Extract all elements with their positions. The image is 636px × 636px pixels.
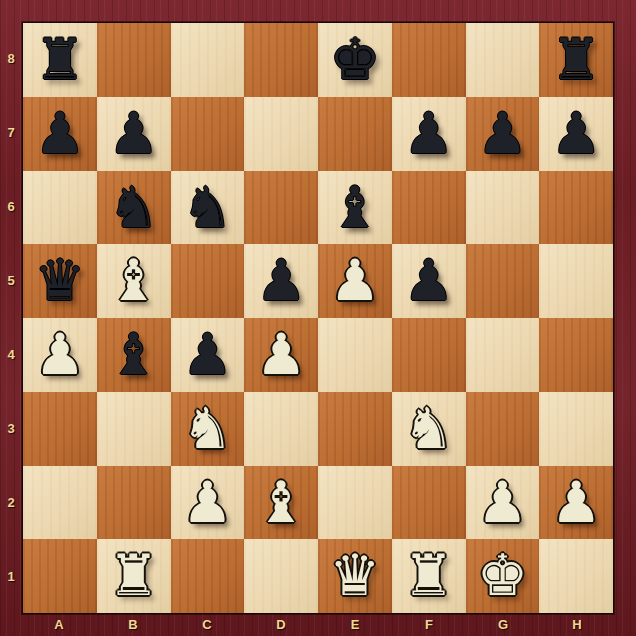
piece-black-knight[interactable]: ♞	[97, 171, 171, 245]
piece-white-pawn[interactable]: ♟	[539, 466, 613, 540]
piece-black-pawn[interactable]: ♟	[171, 318, 245, 392]
square-a3[interactable]	[23, 392, 97, 466]
square-f1[interactable]: ♜	[392, 539, 466, 613]
piece-black-knight[interactable]: ♞	[171, 171, 245, 245]
piece-white-pawn[interactable]: ♟	[23, 318, 97, 392]
square-d1[interactable]	[244, 539, 318, 613]
piece-black-pawn[interactable]: ♟	[244, 244, 318, 318]
square-d8[interactable]	[244, 23, 318, 97]
square-h5[interactable]	[539, 244, 613, 318]
square-f2[interactable]	[392, 466, 466, 540]
piece-black-bishop[interactable]: ♝	[97, 318, 171, 392]
square-f4[interactable]	[392, 318, 466, 392]
file-label-c: C	[170, 614, 244, 636]
square-f6[interactable]	[392, 171, 466, 245]
square-h2[interactable]: ♟	[539, 466, 613, 540]
square-e7[interactable]	[318, 97, 392, 171]
rank-label-5: 5	[0, 244, 22, 318]
piece-black-pawn[interactable]: ♟	[392, 244, 466, 318]
square-c6[interactable]: ♞	[171, 171, 245, 245]
square-h3[interactable]	[539, 392, 613, 466]
file-label-h: H	[540, 614, 614, 636]
square-g4[interactable]	[466, 318, 540, 392]
square-a7[interactable]: ♟	[23, 97, 97, 171]
piece-black-queen[interactable]: ♛	[23, 244, 97, 318]
square-h6[interactable]	[539, 171, 613, 245]
rank-label-3: 3	[0, 392, 22, 466]
square-d4[interactable]: ♟	[244, 318, 318, 392]
piece-black-bishop[interactable]: ♝	[318, 171, 392, 245]
square-a8[interactable]: ♜	[23, 23, 97, 97]
square-b8[interactable]	[97, 23, 171, 97]
piece-black-king[interactable]: ♚	[318, 23, 392, 97]
piece-white-pawn[interactable]: ♟	[318, 244, 392, 318]
rank-label-4: 4	[0, 318, 22, 392]
piece-white-rook[interactable]: ♜	[97, 539, 171, 613]
square-g7[interactable]: ♟	[466, 97, 540, 171]
piece-black-pawn[interactable]: ♟	[466, 97, 540, 171]
file-label-b: B	[96, 614, 170, 636]
piece-black-pawn[interactable]: ♟	[539, 97, 613, 171]
piece-white-rook[interactable]: ♜	[392, 539, 466, 613]
square-d7[interactable]	[244, 97, 318, 171]
square-e8[interactable]: ♚	[318, 23, 392, 97]
square-a4[interactable]: ♟	[23, 318, 97, 392]
square-g1[interactable]: ♚	[466, 539, 540, 613]
square-e6[interactable]: ♝	[318, 171, 392, 245]
piece-white-pawn[interactable]: ♟	[244, 318, 318, 392]
square-h4[interactable]	[539, 318, 613, 392]
square-e3[interactable]	[318, 392, 392, 466]
file-label-g: G	[466, 614, 540, 636]
piece-white-bishop[interactable]: ♝	[244, 466, 318, 540]
square-e2[interactable]	[318, 466, 392, 540]
file-label-d: D	[244, 614, 318, 636]
piece-white-bishop[interactable]: ♝	[97, 244, 171, 318]
square-d6[interactable]	[244, 171, 318, 245]
square-b7[interactable]: ♟	[97, 97, 171, 171]
rank-label-6: 6	[0, 170, 22, 244]
square-c8[interactable]	[171, 23, 245, 97]
square-a2[interactable]	[23, 466, 97, 540]
piece-white-pawn[interactable]: ♟	[171, 466, 245, 540]
square-c2[interactable]: ♟	[171, 466, 245, 540]
piece-white-king[interactable]: ♚	[466, 539, 540, 613]
square-f7[interactable]: ♟	[392, 97, 466, 171]
square-b1[interactable]: ♜	[97, 539, 171, 613]
square-e4[interactable]	[318, 318, 392, 392]
square-d5[interactable]: ♟	[244, 244, 318, 318]
square-f3[interactable]: ♞	[392, 392, 466, 466]
square-c5[interactable]	[171, 244, 245, 318]
square-a6[interactable]	[23, 171, 97, 245]
file-label-e: E	[318, 614, 392, 636]
square-h1[interactable]	[539, 539, 613, 613]
file-label-f: F	[392, 614, 466, 636]
square-h7[interactable]: ♟	[539, 97, 613, 171]
piece-black-pawn[interactable]: ♟	[97, 97, 171, 171]
piece-black-pawn[interactable]: ♟	[392, 97, 466, 171]
piece-white-queen[interactable]: ♛	[318, 539, 392, 613]
square-g2[interactable]: ♟	[466, 466, 540, 540]
square-f8[interactable]	[392, 23, 466, 97]
square-g3[interactable]	[466, 392, 540, 466]
square-a5[interactable]: ♛	[23, 244, 97, 318]
rank-label-7: 7	[0, 96, 22, 170]
file-label-a: A	[22, 614, 96, 636]
rank-label-8: 8	[0, 22, 22, 96]
square-c3[interactable]: ♞	[171, 392, 245, 466]
square-g6[interactable]	[466, 171, 540, 245]
piece-white-knight[interactable]: ♞	[392, 392, 466, 466]
square-b2[interactable]	[97, 466, 171, 540]
square-c1[interactable]	[171, 539, 245, 613]
chess-board: ♜♚♜♟♟♟♟♟♞♞♝♛♝♟♟♟♟♝♟♟♞♞♟♝♟♟♜♛♜♚	[22, 22, 614, 614]
square-g8[interactable]	[466, 23, 540, 97]
board-frame: ♜♚♜♟♟♟♟♟♞♞♝♛♝♟♟♟♟♝♟♟♞♞♟♝♟♟♜♛♜♚ 87654321 …	[0, 0, 636, 636]
piece-white-pawn[interactable]: ♟	[466, 466, 540, 540]
rank-label-1: 1	[0, 540, 22, 614]
square-d2[interactable]: ♝	[244, 466, 318, 540]
square-b4[interactable]: ♝	[97, 318, 171, 392]
piece-black-rook[interactable]: ♜	[539, 23, 613, 97]
piece-white-knight[interactable]: ♞	[171, 392, 245, 466]
square-g5[interactable]	[466, 244, 540, 318]
square-b5[interactable]: ♝	[97, 244, 171, 318]
square-c4[interactable]: ♟	[171, 318, 245, 392]
square-e5[interactable]: ♟	[318, 244, 392, 318]
rank-label-2: 2	[0, 466, 22, 540]
square-h8[interactable]: ♜	[539, 23, 613, 97]
piece-black-rook[interactable]: ♜	[23, 23, 97, 97]
square-c7[interactable]	[171, 97, 245, 171]
square-b3[interactable]	[97, 392, 171, 466]
square-b6[interactable]: ♞	[97, 171, 171, 245]
square-f5[interactable]: ♟	[392, 244, 466, 318]
square-e1[interactable]: ♛	[318, 539, 392, 613]
square-d3[interactable]	[244, 392, 318, 466]
square-a1[interactable]	[23, 539, 97, 613]
piece-black-pawn[interactable]: ♟	[23, 97, 97, 171]
